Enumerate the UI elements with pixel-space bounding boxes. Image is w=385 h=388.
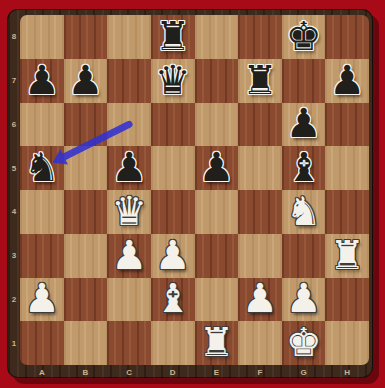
square-h6[interactable] [325,103,369,147]
piece-black-pawn[interactable]: ♟ [329,60,365,100]
square-f3[interactable] [238,234,282,278]
square-c2[interactable] [107,278,151,322]
square-d7[interactable]: ♛ [151,59,195,103]
square-g1[interactable]: ♚ [282,321,326,365]
piece-white-pawn[interactable]: ♟ [24,278,60,318]
square-g2[interactable]: ♟ [282,278,326,322]
square-a1[interactable] [20,321,64,365]
piece-black-king[interactable]: ♚ [286,16,322,56]
square-c4[interactable]: ♛ [107,190,151,234]
piece-black-knight[interactable]: ♞ [24,147,60,187]
square-h4[interactable] [325,190,369,234]
square-e3[interactable] [195,234,239,278]
piece-white-pawn[interactable]: ♟ [242,278,278,318]
square-h5[interactable] [325,146,369,190]
square-a4[interactable] [20,190,64,234]
square-c8[interactable] [107,15,151,59]
square-f8[interactable] [238,15,282,59]
piece-white-pawn[interactable]: ♟ [155,235,191,275]
file-label-e: E [195,365,239,379]
chess-board: 87654321 ABCDEFGH ♜♚♟♟♛♜♟♟♞♟♟♝♛♞♟♟♜♟♝♟♟♜… [7,9,373,378]
file-label-d: D [151,365,195,379]
square-g3[interactable] [282,234,326,278]
square-g8[interactable]: ♚ [282,15,326,59]
piece-black-pawn[interactable]: ♟ [198,147,234,187]
file-label-c: C [107,365,151,379]
square-d6[interactable] [151,103,195,147]
rank-label-2: 2 [8,278,20,322]
file-label-a: A [20,365,64,379]
square-h2[interactable] [325,278,369,322]
square-a7[interactable]: ♟ [20,59,64,103]
square-h1[interactable] [325,321,369,365]
square-a3[interactable] [20,234,64,278]
square-e6[interactable] [195,103,239,147]
square-g7[interactable] [282,59,326,103]
square-e4[interactable] [195,190,239,234]
piece-black-rook[interactable]: ♜ [242,60,278,100]
piece-black-bishop[interactable]: ♝ [286,147,322,187]
square-b1[interactable] [64,321,108,365]
rank-coordinates: 87654321 [8,15,20,365]
file-coordinates: ABCDEFGH [20,365,369,379]
file-label-f: F [238,365,282,379]
rank-label-3: 3 [8,234,20,278]
square-f5[interactable] [238,146,282,190]
file-label-b: B [64,365,108,379]
square-d8[interactable]: ♜ [151,15,195,59]
piece-black-pawn[interactable]: ♟ [68,60,104,100]
rank-label-8: 8 [8,15,20,59]
square-f2[interactable]: ♟ [238,278,282,322]
square-f4[interactable] [238,190,282,234]
file-label-g: G [282,365,326,379]
square-g4[interactable]: ♞ [282,190,326,234]
piece-black-pawn[interactable]: ♟ [286,103,322,143]
square-c7[interactable] [107,59,151,103]
square-d4[interactable] [151,190,195,234]
square-g5[interactable]: ♝ [282,146,326,190]
square-b7[interactable]: ♟ [64,59,108,103]
piece-black-queen[interactable]: ♛ [155,60,191,100]
square-e5[interactable]: ♟ [195,146,239,190]
square-d3[interactable]: ♟ [151,234,195,278]
square-g6[interactable]: ♟ [282,103,326,147]
square-a2[interactable]: ♟ [20,278,64,322]
square-e1[interactable]: ♜ [195,321,239,365]
square-b3[interactable] [64,234,108,278]
rank-label-5: 5 [8,146,20,190]
piece-black-rook[interactable]: ♜ [155,16,191,56]
square-h8[interactable] [325,15,369,59]
piece-black-pawn[interactable]: ♟ [24,60,60,100]
piece-white-rook[interactable]: ♜ [329,235,365,275]
square-b5[interactable] [64,146,108,190]
square-h3[interactable]: ♜ [325,234,369,278]
rank-label-1: 1 [8,321,20,365]
piece-white-pawn[interactable]: ♟ [111,235,147,275]
square-a8[interactable] [20,15,64,59]
piece-white-knight[interactable]: ♞ [286,191,322,231]
square-e8[interactable] [195,15,239,59]
piece-white-bishop[interactable]: ♝ [155,278,191,318]
square-b2[interactable] [64,278,108,322]
piece-white-pawn[interactable]: ♟ [286,278,322,318]
rank-label-7: 7 [8,59,20,103]
square-a6[interactable] [20,103,64,147]
square-c3[interactable]: ♟ [107,234,151,278]
square-d5[interactable] [151,146,195,190]
square-b6[interactable] [64,103,108,147]
square-d2[interactable]: ♝ [151,278,195,322]
rank-label-6: 6 [8,103,20,147]
square-e7[interactable] [195,59,239,103]
square-f1[interactable] [238,321,282,365]
square-b8[interactable] [64,15,108,59]
rank-label-4: 4 [8,190,20,234]
piece-black-pawn[interactable]: ♟ [111,147,147,187]
square-c5[interactable]: ♟ [107,146,151,190]
piece-white-rook[interactable]: ♜ [198,322,234,362]
square-c6[interactable] [107,103,151,147]
piece-white-king[interactable]: ♚ [286,322,322,362]
square-b4[interactable] [64,190,108,234]
piece-white-queen[interactable]: ♛ [111,191,147,231]
square-a5[interactable]: ♞ [20,146,64,190]
square-c1[interactable] [107,321,151,365]
square-h7[interactable]: ♟ [325,59,369,103]
square-f6[interactable] [238,103,282,147]
chess-app-background: 87654321 ABCDEFGH ♜♚♟♟♛♜♟♟♞♟♟♝♛♞♟♟♜♟♝♟♟♜… [0,0,385,388]
board-squares: ♜♚♟♟♛♜♟♟♞♟♟♝♛♞♟♟♜♟♝♟♟♜♚ [20,15,369,365]
square-e2[interactable] [195,278,239,322]
square-f7[interactable]: ♜ [238,59,282,103]
file-label-h: H [325,365,369,379]
square-d1[interactable] [151,321,195,365]
